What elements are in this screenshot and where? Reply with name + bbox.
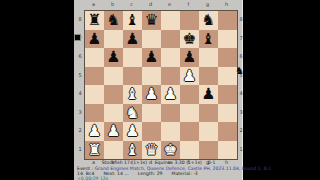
square-b5[interactable] [104, 67, 123, 86]
piece-white-pawn: ♟ [107, 122, 121, 141]
square-g7[interactable]: ♝ [199, 30, 218, 49]
piece-black-bishop: ♝ [126, 11, 140, 30]
rank-label-8: 8 [77, 10, 83, 29]
rank-label-2: 2 [77, 121, 83, 140]
square-e1[interactable]: ♚ [161, 141, 180, 160]
square-c6[interactable] [123, 48, 142, 67]
piece-black-pawn: ♟ [88, 30, 102, 49]
piece-black-rook: ♜ [88, 11, 102, 30]
square-b3[interactable] [104, 104, 123, 123]
piece-white-queen: ♛ [145, 141, 159, 160]
rank-labels-right: 87654321 [238, 10, 244, 158]
piece-white-bishop: ♝ [126, 85, 140, 104]
chess-gui-panel: abcdefgh abcdefgh 87654321 87654321 ♜♞♝♛… [74, 0, 243, 180]
square-d1[interactable]: ♛ [142, 141, 161, 160]
square-g6[interactable] [199, 48, 218, 67]
square-e6[interactable] [161, 48, 180, 67]
square-c5[interactable] [123, 67, 142, 86]
square-d3[interactable] [142, 104, 161, 123]
file-label-a: a [84, 2, 103, 7]
square-b8[interactable]: ♞ [104, 11, 123, 30]
rank-label-2: 2 [238, 121, 244, 140]
square-b1[interactable] [104, 141, 123, 160]
piece-black-bishop: ♝ [202, 30, 216, 49]
square-f3[interactable] [180, 104, 199, 123]
square-g4[interactable]: ♟ [199, 85, 218, 104]
game-result: 0-1 [208, 160, 216, 165]
piece-white-king: ♚ [164, 141, 178, 160]
square-a1[interactable]: ♜ [85, 141, 104, 160]
square-c1[interactable]: ♝ [123, 141, 142, 160]
square-f2[interactable] [180, 122, 199, 141]
piece-black-pawn: ♟ [202, 85, 216, 104]
square-a8[interactable]: ♜ [85, 11, 104, 30]
square-h8[interactable] [218, 11, 237, 30]
square-f5[interactable]: ♟ [180, 67, 199, 86]
square-d5[interactable] [142, 67, 161, 86]
rank-label-6: 6 [238, 47, 244, 66]
piece-white-rook: ♜ [88, 141, 102, 160]
square-d4[interactable]: ♟ [142, 85, 161, 104]
square-h3[interactable] [218, 104, 237, 123]
square-a5[interactable] [85, 67, 104, 86]
rank-label-3: 3 [238, 103, 244, 122]
vs-separator: - [150, 160, 152, 165]
black-to-move-indicator [74, 34, 81, 41]
square-g1[interactable] [199, 141, 218, 160]
square-e8[interactable] [161, 11, 180, 30]
square-c3[interactable]: ♞ [123, 104, 142, 123]
square-f4[interactable] [180, 85, 199, 104]
file-label-c: c [122, 2, 141, 7]
square-a4[interactable] [85, 85, 104, 104]
square-f8[interactable] [180, 11, 199, 30]
rank-label-6: 6 [77, 47, 83, 66]
piece-black-king: ♚ [183, 30, 197, 49]
square-c2[interactable]: ♟ [123, 122, 142, 141]
rank-label-4: 4 [238, 84, 244, 103]
rank-label-5: 5 [77, 66, 83, 85]
square-a6[interactable] [85, 48, 104, 67]
game-header: Stockfish 17 (1+1s)-Equinox 3.30 (1+1s)0… [74, 160, 243, 165]
file-label-f: f [179, 2, 198, 7]
rank-label-1: 1 [238, 140, 244, 159]
square-f7[interactable]: ♚ [180, 30, 199, 49]
piece-white-pawn: ♟ [183, 67, 197, 86]
piece-white-pawn: ♟ [164, 85, 178, 104]
file-label-g: g [198, 2, 217, 7]
square-b6[interactable]: ♟ [104, 48, 123, 67]
rank-label-7: 7 [238, 29, 244, 48]
square-g3[interactable] [199, 104, 218, 123]
square-h4[interactable] [218, 85, 237, 104]
square-h6[interactable] [218, 48, 237, 67]
file-labels-top: abcdefgh [84, 2, 236, 7]
square-h2[interactable] [218, 122, 237, 141]
square-h7[interactable] [218, 30, 237, 49]
white-engine-name: Stockfish 17 (1+1s) [102, 160, 147, 165]
square-c7[interactable]: ♟ [123, 30, 142, 49]
square-c4[interactable]: ♝ [123, 85, 142, 104]
square-e4[interactable]: ♟ [161, 85, 180, 104]
video-frame: { "game": "chess", "position": { "fen": … [0, 0, 320, 180]
chess-board: ♜♞♝♛♞♟♟♚♝♟♟♟♟♝♟♟♟♞♟♟♟♜♝♛♚ [84, 10, 238, 160]
square-g5[interactable] [199, 67, 218, 86]
square-b2[interactable]: ♟ [104, 122, 123, 141]
file-label-e: e [160, 2, 179, 7]
square-c8[interactable]: ♝ [123, 11, 142, 30]
piece-white-pawn: ♟ [145, 85, 159, 104]
square-a7[interactable]: ♟ [85, 30, 104, 49]
piece-black-knight: ♞ [202, 11, 216, 30]
square-a3[interactable] [85, 104, 104, 123]
square-b7[interactable] [104, 30, 123, 49]
piece-black-knight: ♞ [107, 11, 121, 30]
piece-white-knight: ♞ [126, 104, 140, 123]
piece-white-pawn: ♟ [126, 122, 140, 141]
square-e3[interactable] [161, 104, 180, 123]
piece-black-pawn: ♟ [145, 48, 159, 67]
square-g2[interactable] [199, 122, 218, 141]
square-g8[interactable]: ♞ [199, 11, 218, 30]
square-e5[interactable] [161, 67, 180, 86]
file-label-b: b [103, 2, 122, 7]
file-label-d: d [141, 2, 160, 7]
square-d2[interactable] [142, 122, 161, 141]
square-f1[interactable] [180, 141, 199, 160]
rank-label-1: 1 [77, 140, 83, 159]
rank-label-3: 3 [77, 103, 83, 122]
square-d6[interactable]: ♟ [142, 48, 161, 67]
piece-black-pawn: ♟ [126, 30, 140, 49]
rank-label-8: 8 [238, 10, 244, 29]
piece-black-queen: ♛ [145, 11, 159, 30]
square-e7[interactable] [161, 30, 180, 49]
square-d8[interactable]: ♛ [142, 11, 161, 30]
square-f6[interactable]: ♟ [180, 48, 199, 67]
piece-black-pawn: ♟ [107, 48, 121, 67]
square-d7[interactable] [142, 30, 161, 49]
file-label-h: h [217, 2, 236, 7]
piece-white-pawn: ♟ [88, 122, 102, 141]
square-b4[interactable] [104, 85, 123, 104]
piece-white-bishop: ♝ [126, 141, 140, 160]
rank-labels-left: 87654321 [77, 10, 83, 158]
rank-label-4: 4 [77, 84, 83, 103]
material-diff-knight-icon: ♞ [235, 66, 244, 76]
piece-black-pawn: ♟ [183, 48, 197, 67]
square-a2[interactable]: ♟ [85, 122, 104, 141]
square-h1[interactable] [218, 141, 237, 160]
black-engine-name: Equinox 3.30 (1+1s) [155, 160, 202, 165]
engine-eval-line: +0.00/29 12s [77, 176, 246, 180]
square-e2[interactable] [161, 122, 180, 141]
evaluation-value: +0.00/29 12s [77, 176, 108, 180]
